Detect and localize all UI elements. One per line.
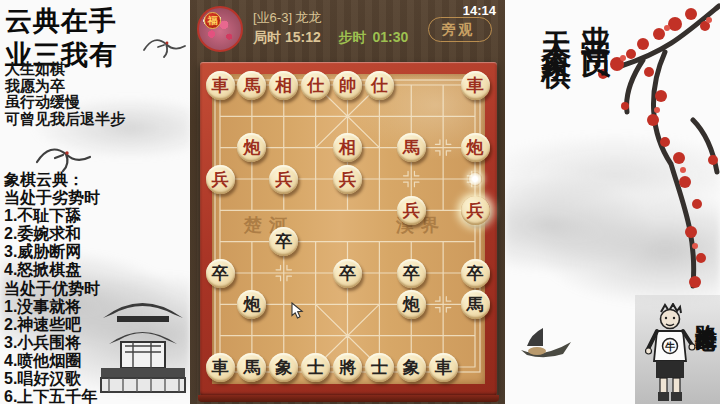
piece-black-將[interactable]: 將 — [333, 353, 362, 382]
piece-red-相[interactable]: 相 — [269, 71, 298, 100]
clock-row: 局时 15:12 步时 01:30 — [253, 29, 408, 47]
title-line: 云典在手 — [5, 4, 117, 38]
piece-red-兵[interactable]: 兵 — [461, 196, 490, 225]
mouse-cursor — [291, 302, 305, 320]
piece-red-炮[interactable]: 炮 — [461, 133, 490, 162]
piece-red-兵[interactable]: 兵 — [269, 165, 298, 194]
board-surface: 楚河 漢界 車馬相仕帥仕車炮相馬炮兵兵兵兵兵卒卒卒卒卒炮炮馬車馬象士將士象車 — [212, 74, 485, 384]
piece-red-仕[interactable]: 仕 — [365, 71, 394, 100]
player-avatar[interactable]: 福 — [197, 6, 243, 52]
plum-blossom-art — [573, 0, 720, 320]
list-item: 6.上下五千年 — [4, 388, 100, 404]
list-item: 2.神速些吧 — [4, 316, 100, 334]
piece-black-士[interactable]: 士 — [365, 353, 394, 382]
piece-black-卒[interactable]: 卒 — [333, 259, 362, 288]
fortune-badge: 福 — [204, 12, 221, 29]
step-time-label: 步时 — [339, 29, 367, 45]
board-base — [198, 395, 499, 402]
piece-red-帥[interactable]: 帥 — [333, 71, 362, 100]
piece-black-炮[interactable]: 炮 — [397, 290, 426, 319]
poem-line: 可曾见我后退半步 — [5, 111, 125, 128]
poem-line: 虽行动缓慢 — [5, 94, 125, 111]
piece-red-馬[interactable]: 馬 — [237, 71, 266, 100]
piece-black-卒[interactable]: 卒 — [397, 259, 426, 288]
piece-black-象[interactable]: 象 — [269, 353, 298, 382]
piece-red-相[interactable]: 相 — [333, 133, 362, 162]
vertical-banner-text-2: 业三守门员 — [576, 2, 616, 32]
corner-vertical-text: 路边摊老云 — [691, 306, 720, 404]
list-item: 3.威胁断网 — [4, 243, 100, 261]
list-item: 4.怒掀棋盘 — [4, 261, 100, 279]
piece-red-車[interactable]: 車 — [461, 71, 490, 100]
piece-red-車[interactable]: 車 — [206, 71, 235, 100]
vertical-banner-text-1: 天天象棋 — [535, 8, 576, 44]
game-time-label: 局时 — [253, 29, 281, 45]
game-time-value: 15:12 — [285, 29, 321, 45]
list-item: 4.喷他烟圈 — [4, 352, 100, 370]
mascot-art: 牛 — [645, 303, 695, 404]
list-item: 2.委婉求和 — [4, 225, 100, 243]
xiangqi-board[interactable]: 楚河 漢界 車馬相仕帥仕車炮相馬炮兵兵兵兵兵卒卒卒卒卒炮炮馬車馬象士將士象車 — [200, 62, 497, 396]
crane-icon — [140, 32, 188, 62]
player-name: [业6-3] 龙龙 — [253, 9, 322, 27]
list-item: 1.没事就将 — [4, 298, 100, 316]
list-item: 3.小兵围将 — [4, 334, 100, 352]
piece-red-兵[interactable]: 兵 — [206, 165, 235, 194]
piece-black-車[interactable]: 車 — [429, 353, 458, 382]
piece-black-卒[interactable]: 卒 — [206, 259, 235, 288]
step-time-value: 01:30 — [372, 29, 408, 45]
section-title: 当处于劣势时 — [4, 189, 100, 207]
piece-black-馬[interactable]: 馬 — [461, 290, 490, 319]
last-move-origin-marker — [468, 172, 482, 186]
system-clock: 14:14 — [463, 3, 496, 18]
piece-black-象[interactable]: 象 — [397, 353, 426, 382]
boat-art — [517, 318, 575, 364]
poem-line: 人生如棋 — [5, 61, 125, 78]
left-banner-poem: 人生如棋 我愿为卒 虽行动缓慢 可曾见我后退半步 — [5, 61, 125, 127]
piece-black-馬[interactable]: 馬 — [237, 353, 266, 382]
mascot-emblem: 牛 — [665, 341, 676, 352]
list-header: 象棋云典： — [4, 171, 100, 189]
piece-black-卒[interactable]: 卒 — [461, 259, 490, 288]
piece-red-仕[interactable]: 仕 — [301, 71, 330, 100]
piece-black-車[interactable]: 車 — [206, 353, 235, 382]
board-grid: 楚河 漢界 車馬相仕帥仕車炮相馬炮兵兵兵兵兵卒卒卒卒卒炮炮馬車馬象士將士象車 — [220, 85, 475, 367]
list-item: 5.唱好汉歌 — [4, 370, 100, 388]
spectate-button[interactable]: 旁观 — [428, 17, 492, 42]
section-title: 当处于优势时 — [4, 280, 100, 298]
piece-black-炮[interactable]: 炮 — [237, 290, 266, 319]
temple-art — [95, 284, 190, 396]
piece-red-兵[interactable]: 兵 — [333, 165, 362, 194]
left-banner-list: 象棋云典： 当处于劣势时 1.不耻下舔 2.委婉求和 3.威胁断网 4.怒掀棋盘… — [4, 171, 100, 404]
piece-red-馬[interactable]: 馬 — [397, 133, 426, 162]
piece-red-兵[interactable]: 兵 — [397, 196, 426, 225]
piece-black-士[interactable]: 士 — [301, 353, 330, 382]
poem-line: 我愿为卒 — [5, 78, 125, 95]
list-item: 1.不耻下舔 — [4, 207, 100, 225]
left-banner: 云典在手 业三我有 人生如棋 我愿为卒 虽行动缓慢 可曾见我后退半步 象棋云典：… — [0, 0, 190, 404]
right-banner: 天天象棋 业三守门员 牛 路边摊老云 — [505, 0, 720, 404]
xiangqi-game-panel: 福 [业6-3] 龙龙 局时 15:12 步时 01:30 旁观 14:14 楚… — [190, 0, 505, 404]
stream-layout: 云典在手 业三我有 人生如棋 我愿为卒 虽行动缓慢 可曾见我后退半步 象棋云典：… — [0, 0, 720, 404]
